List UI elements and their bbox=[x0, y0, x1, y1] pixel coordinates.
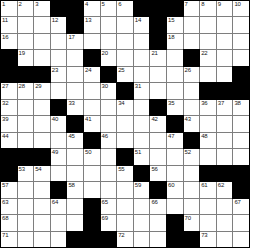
white-cell[interactable] bbox=[34, 100, 50, 115]
white-cell[interactable]: 66 bbox=[150, 199, 166, 214]
clue-number: 14 bbox=[135, 17, 141, 24]
black-cell bbox=[51, 1, 67, 16]
white-cell[interactable]: 52 bbox=[184, 149, 200, 164]
white-cell[interactable]: 33 bbox=[67, 100, 83, 115]
white-cell[interactable] bbox=[134, 199, 150, 214]
white-cell[interactable] bbox=[117, 215, 133, 230]
black-cell bbox=[150, 1, 166, 16]
white-cell[interactable] bbox=[18, 116, 34, 131]
black-cell bbox=[200, 83, 216, 98]
white-cell[interactable]: 1 bbox=[1, 1, 17, 16]
white-cell[interactable]: 44 bbox=[1, 133, 17, 148]
clue-number: 11 bbox=[2, 17, 8, 24]
white-cell[interactable] bbox=[167, 166, 183, 181]
black-cell bbox=[67, 232, 83, 247]
white-cell[interactable] bbox=[200, 199, 216, 214]
white-cell[interactable] bbox=[150, 149, 166, 164]
clue-number: 53 bbox=[19, 166, 25, 173]
white-cell[interactable] bbox=[233, 17, 249, 32]
clue-number: 20 bbox=[102, 50, 108, 57]
black-cell bbox=[167, 116, 183, 131]
clue-number: 27 bbox=[2, 83, 8, 90]
white-cell[interactable]: 64 bbox=[51, 199, 67, 214]
white-cell[interactable] bbox=[67, 199, 83, 214]
clue-number: 64 bbox=[52, 199, 58, 206]
clue-number: 22 bbox=[201, 50, 207, 57]
white-cell[interactable] bbox=[150, 232, 166, 247]
white-cell[interactable] bbox=[200, 17, 216, 32]
clue-number: 62 bbox=[218, 182, 224, 189]
white-cell[interactable]: 8 bbox=[200, 1, 216, 16]
clue-number: 31 bbox=[135, 83, 141, 90]
white-cell[interactable] bbox=[184, 182, 200, 197]
crossword-grid: 1234567891011121314151617181920212223242… bbox=[0, 0, 250, 248]
white-cell[interactable] bbox=[101, 166, 117, 181]
white-cell[interactable]: 21 bbox=[150, 50, 166, 65]
white-cell[interactable] bbox=[184, 100, 200, 115]
white-cell[interactable] bbox=[217, 34, 233, 49]
white-cell[interactable] bbox=[167, 50, 183, 65]
white-cell[interactable] bbox=[134, 34, 150, 49]
white-cell[interactable] bbox=[101, 182, 117, 197]
white-cell[interactable]: 9 bbox=[217, 1, 233, 16]
black-cell bbox=[233, 67, 249, 82]
white-cell[interactable]: 58 bbox=[67, 182, 83, 197]
clue-number: 25 bbox=[118, 67, 124, 74]
clue-number: 3 bbox=[35, 1, 38, 8]
white-cell[interactable]: 19 bbox=[18, 50, 34, 65]
clue-number: 60 bbox=[168, 182, 174, 189]
white-cell[interactable]: 22 bbox=[200, 50, 216, 65]
white-cell[interactable] bbox=[84, 100, 100, 115]
white-cell[interactable]: 36 bbox=[200, 100, 216, 115]
white-cell[interactable]: 28 bbox=[18, 83, 34, 98]
black-cell bbox=[150, 182, 166, 197]
white-cell[interactable] bbox=[233, 215, 249, 230]
white-cell[interactable]: 6 bbox=[117, 1, 133, 16]
white-cell[interactable]: 26 bbox=[184, 67, 200, 82]
black-cell bbox=[101, 232, 117, 247]
white-cell[interactable]: 2 bbox=[18, 1, 34, 16]
white-cell[interactable]: 50 bbox=[84, 149, 100, 164]
white-cell[interactable] bbox=[167, 199, 183, 214]
clue-number: 55 bbox=[118, 166, 124, 173]
white-cell[interactable] bbox=[167, 83, 183, 98]
white-cell[interactable] bbox=[217, 116, 233, 131]
clue-number: 58 bbox=[68, 182, 74, 189]
white-cell[interactable]: 32 bbox=[1, 100, 17, 115]
clue-number: 52 bbox=[185, 149, 191, 156]
white-cell[interactable] bbox=[101, 100, 117, 115]
white-cell[interactable]: 18 bbox=[167, 34, 183, 49]
clue-number: 37 bbox=[218, 100, 224, 107]
black-cell bbox=[117, 149, 133, 164]
clue-number: 8 bbox=[201, 1, 204, 8]
white-cell[interactable] bbox=[51, 50, 67, 65]
white-cell[interactable] bbox=[84, 34, 100, 49]
clue-number: 69 bbox=[102, 215, 108, 222]
white-cell[interactable]: 41 bbox=[84, 116, 100, 131]
clue-number: 59 bbox=[135, 182, 141, 189]
clue-number: 7 bbox=[185, 1, 188, 8]
clue-number: 65 bbox=[102, 199, 108, 206]
clue-number: 34 bbox=[118, 100, 124, 107]
white-cell[interactable]: 73 bbox=[200, 232, 216, 247]
white-cell[interactable] bbox=[217, 50, 233, 65]
clue-number: 50 bbox=[85, 149, 91, 156]
white-cell[interactable]: 47 bbox=[167, 133, 183, 148]
white-cell[interactable] bbox=[34, 34, 50, 49]
clue-number: 51 bbox=[135, 149, 141, 156]
white-cell[interactable]: 12 bbox=[51, 17, 67, 32]
clue-number: 68 bbox=[2, 215, 8, 222]
clue-number: 49 bbox=[52, 149, 58, 156]
white-cell[interactable]: 34 bbox=[117, 100, 133, 115]
clue-number: 5 bbox=[102, 1, 105, 8]
white-cell[interactable] bbox=[101, 17, 117, 32]
white-cell[interactable] bbox=[134, 215, 150, 230]
clue-number: 46 bbox=[102, 133, 108, 140]
white-cell[interactable]: 23 bbox=[51, 67, 67, 82]
white-cell[interactable]: 38 bbox=[233, 100, 249, 115]
clue-number: 73 bbox=[201, 232, 207, 239]
white-cell[interactable] bbox=[150, 83, 166, 98]
black-cell bbox=[1, 50, 17, 65]
white-cell[interactable] bbox=[150, 215, 166, 230]
clue-number: 12 bbox=[52, 17, 58, 24]
black-cell bbox=[117, 83, 133, 98]
black-cell bbox=[233, 166, 249, 181]
white-cell[interactable] bbox=[150, 67, 166, 82]
clue-number: 47 bbox=[168, 133, 174, 140]
clue-number: 1 bbox=[2, 1, 5, 8]
clue-number: 23 bbox=[52, 67, 58, 74]
white-cell[interactable] bbox=[217, 133, 233, 148]
white-cell[interactable]: 61 bbox=[200, 182, 216, 197]
crossword-puzzle: 1234567891011121314151617181920212223242… bbox=[0, 0, 254, 250]
white-cell[interactable] bbox=[101, 34, 117, 49]
black-cell bbox=[134, 166, 150, 181]
clue-number: 70 bbox=[185, 215, 191, 222]
black-cell bbox=[67, 116, 83, 131]
black-cell bbox=[150, 34, 166, 49]
clue-number: 4 bbox=[85, 1, 88, 8]
white-cell[interactable] bbox=[217, 149, 233, 164]
clue-number: 18 bbox=[168, 34, 174, 41]
clue-number: 6 bbox=[118, 1, 121, 8]
white-cell[interactable] bbox=[167, 67, 183, 82]
white-cell[interactable]: 65 bbox=[101, 199, 117, 214]
clue-number: 54 bbox=[35, 166, 41, 173]
white-cell[interactable]: 29 bbox=[34, 83, 50, 98]
white-cell[interactable]: 10 bbox=[233, 1, 249, 16]
black-cell bbox=[84, 50, 100, 65]
white-cell[interactable] bbox=[51, 232, 67, 247]
black-cell bbox=[67, 17, 83, 32]
black-cell bbox=[67, 1, 83, 16]
clue-number: 36 bbox=[201, 100, 207, 107]
white-cell[interactable] bbox=[134, 232, 150, 247]
clue-number: 15 bbox=[168, 17, 174, 24]
clue-number: 9 bbox=[218, 1, 221, 8]
white-cell[interactable] bbox=[200, 34, 216, 49]
white-cell[interactable] bbox=[34, 232, 50, 247]
black-cell bbox=[200, 166, 216, 181]
white-cell[interactable] bbox=[34, 182, 50, 197]
white-cell[interactable]: 57 bbox=[1, 182, 17, 197]
white-cell[interactable]: 60 bbox=[167, 182, 183, 197]
white-cell[interactable]: 24 bbox=[84, 67, 100, 82]
clue-number: 35 bbox=[168, 100, 174, 107]
white-cell[interactable]: 37 bbox=[217, 100, 233, 115]
white-cell[interactable] bbox=[51, 166, 67, 181]
white-cell[interactable]: 20 bbox=[101, 50, 117, 65]
white-cell[interactable] bbox=[117, 199, 133, 214]
white-cell[interactable] bbox=[217, 232, 233, 247]
black-cell bbox=[217, 166, 233, 181]
black-cell bbox=[51, 100, 67, 115]
white-cell[interactable]: 72 bbox=[117, 232, 133, 247]
white-cell[interactable] bbox=[217, 199, 233, 214]
black-cell bbox=[150, 100, 166, 115]
white-cell[interactable] bbox=[51, 215, 67, 230]
white-cell[interactable]: 46 bbox=[101, 133, 117, 148]
white-cell[interactable] bbox=[167, 149, 183, 164]
black-cell bbox=[1, 149, 17, 164]
white-cell[interactable] bbox=[184, 83, 200, 98]
white-cell[interactable] bbox=[84, 166, 100, 181]
white-cell[interactable] bbox=[117, 17, 133, 32]
black-cell bbox=[1, 67, 17, 82]
white-cell[interactable] bbox=[84, 83, 100, 98]
black-cell bbox=[18, 67, 34, 82]
black-cell bbox=[84, 133, 100, 148]
white-cell[interactable] bbox=[67, 149, 83, 164]
black-cell bbox=[233, 182, 249, 197]
black-cell bbox=[233, 83, 249, 98]
white-cell[interactable]: 35 bbox=[167, 100, 183, 115]
black-cell bbox=[167, 232, 183, 247]
white-cell[interactable] bbox=[101, 149, 117, 164]
white-cell[interactable]: 62 bbox=[217, 182, 233, 197]
white-cell[interactable] bbox=[134, 50, 150, 65]
clue-number: 41 bbox=[85, 116, 91, 123]
black-cell bbox=[1, 166, 17, 181]
black-cell bbox=[134, 1, 150, 16]
clue-number: 26 bbox=[185, 67, 191, 74]
black-cell bbox=[84, 215, 100, 230]
white-cell[interactable] bbox=[34, 116, 50, 131]
white-cell[interactable] bbox=[34, 215, 50, 230]
white-cell[interactable] bbox=[233, 149, 249, 164]
white-cell[interactable]: 25 bbox=[117, 67, 133, 82]
black-cell bbox=[18, 149, 34, 164]
white-cell[interactable]: 48 bbox=[200, 133, 216, 148]
white-cell[interactable] bbox=[117, 116, 133, 131]
white-cell[interactable] bbox=[84, 182, 100, 197]
clue-number: 13 bbox=[85, 17, 91, 24]
black-cell bbox=[184, 50, 200, 65]
white-cell[interactable]: 53 bbox=[18, 166, 34, 181]
white-cell[interactable]: 14 bbox=[134, 17, 150, 32]
white-cell[interactable]: 3 bbox=[34, 1, 50, 16]
white-cell[interactable] bbox=[18, 100, 34, 115]
black-cell bbox=[217, 83, 233, 98]
clue-number: 71 bbox=[2, 232, 8, 239]
black-cell bbox=[184, 133, 200, 148]
white-cell[interactable]: 5 bbox=[101, 1, 117, 16]
white-cell[interactable]: 11 bbox=[1, 17, 17, 32]
clue-number: 19 bbox=[19, 50, 25, 57]
white-cell[interactable] bbox=[67, 166, 83, 181]
white-cell[interactable] bbox=[200, 67, 216, 82]
clue-number: 66 bbox=[151, 199, 157, 206]
white-cell[interactable] bbox=[134, 67, 150, 82]
black-cell bbox=[167, 215, 183, 230]
white-cell[interactable] bbox=[217, 215, 233, 230]
white-cell[interactable] bbox=[18, 34, 34, 49]
black-cell bbox=[150, 17, 166, 32]
white-cell[interactable] bbox=[18, 199, 34, 214]
white-cell[interactable] bbox=[200, 149, 216, 164]
white-cell[interactable] bbox=[51, 83, 67, 98]
white-cell[interactable] bbox=[217, 17, 233, 32]
white-cell[interactable] bbox=[233, 232, 249, 247]
white-cell[interactable] bbox=[18, 133, 34, 148]
clue-number: 72 bbox=[118, 232, 124, 239]
white-cell[interactable]: 7 bbox=[184, 1, 200, 16]
clue-number: 29 bbox=[35, 83, 41, 90]
clue-number: 2 bbox=[19, 1, 22, 8]
white-cell[interactable]: 70 bbox=[184, 215, 200, 230]
white-cell[interactable]: 56 bbox=[150, 166, 166, 181]
clue-number: 10 bbox=[234, 1, 240, 8]
black-cell bbox=[34, 149, 50, 164]
clue-number: 16 bbox=[2, 34, 8, 41]
white-cell[interactable] bbox=[67, 50, 83, 65]
white-cell[interactable] bbox=[233, 50, 249, 65]
white-cell[interactable]: 15 bbox=[167, 17, 183, 32]
white-cell[interactable]: 27 bbox=[1, 83, 17, 98]
white-cell[interactable] bbox=[184, 34, 200, 49]
clue-number: 17 bbox=[68, 34, 74, 41]
clue-number: 57 bbox=[2, 182, 8, 189]
white-cell[interactable] bbox=[233, 34, 249, 49]
white-cell[interactable] bbox=[67, 215, 83, 230]
white-cell[interactable] bbox=[184, 17, 200, 32]
white-cell[interactable]: 16 bbox=[1, 34, 17, 49]
white-cell[interactable] bbox=[134, 100, 150, 115]
black-cell bbox=[101, 67, 117, 82]
black-cell bbox=[51, 182, 67, 197]
white-cell[interactable]: 43 bbox=[184, 116, 200, 131]
white-cell[interactable] bbox=[67, 83, 83, 98]
black-cell bbox=[84, 232, 100, 247]
white-cell[interactable] bbox=[184, 166, 200, 181]
white-cell[interactable] bbox=[18, 182, 34, 197]
clue-number: 61 bbox=[201, 182, 207, 189]
white-cell[interactable] bbox=[200, 215, 216, 230]
clue-number: 24 bbox=[85, 67, 91, 74]
white-cell[interactable]: 30 bbox=[101, 83, 117, 98]
black-cell bbox=[34, 67, 50, 82]
white-cell[interactable] bbox=[233, 133, 249, 148]
clue-number: 38 bbox=[234, 100, 240, 107]
white-cell[interactable] bbox=[51, 133, 67, 148]
clue-number: 45 bbox=[68, 133, 74, 140]
white-cell[interactable] bbox=[18, 232, 34, 247]
white-cell[interactable]: 71 bbox=[1, 232, 17, 247]
white-cell[interactable] bbox=[18, 17, 34, 32]
white-cell[interactable]: 13 bbox=[84, 17, 100, 32]
white-cell[interactable]: 31 bbox=[134, 83, 150, 98]
white-cell[interactable]: 4 bbox=[84, 1, 100, 16]
white-cell[interactable] bbox=[101, 116, 117, 131]
clue-number: 30 bbox=[102, 83, 108, 90]
white-cell[interactable]: 68 bbox=[1, 215, 17, 230]
white-cell[interactable]: 51 bbox=[134, 149, 150, 164]
white-cell[interactable] bbox=[217, 67, 233, 82]
clue-number: 32 bbox=[2, 100, 8, 107]
white-cell[interactable] bbox=[117, 182, 133, 197]
white-cell[interactable] bbox=[51, 34, 67, 49]
white-cell[interactable]: 39 bbox=[1, 116, 17, 131]
clue-number: 40 bbox=[52, 116, 58, 123]
white-cell[interactable]: 42 bbox=[150, 116, 166, 131]
white-cell[interactable]: 45 bbox=[67, 133, 83, 148]
white-cell[interactable] bbox=[200, 116, 216, 131]
white-cell[interactable] bbox=[117, 50, 133, 65]
white-cell[interactable] bbox=[34, 17, 50, 32]
white-cell[interactable] bbox=[34, 50, 50, 65]
black-cell bbox=[184, 232, 200, 247]
white-cell[interactable]: 59 bbox=[134, 182, 150, 197]
clue-number: 63 bbox=[2, 199, 8, 206]
clue-number: 67 bbox=[234, 199, 240, 206]
white-cell[interactable] bbox=[34, 133, 50, 148]
white-cell[interactable]: 49 bbox=[51, 149, 67, 164]
white-cell[interactable] bbox=[117, 34, 133, 49]
white-cell[interactable]: 17 bbox=[67, 34, 83, 49]
white-cell[interactable] bbox=[18, 215, 34, 230]
black-cell bbox=[84, 199, 100, 214]
clue-number: 42 bbox=[151, 116, 157, 123]
clue-number: 48 bbox=[201, 133, 207, 140]
white-cell[interactable] bbox=[150, 133, 166, 148]
white-cell[interactable] bbox=[134, 133, 150, 148]
white-cell[interactable]: 67 bbox=[233, 199, 249, 214]
white-cell[interactable] bbox=[134, 116, 150, 131]
white-cell[interactable] bbox=[67, 67, 83, 82]
white-cell[interactable]: 55 bbox=[117, 166, 133, 181]
clue-number: 21 bbox=[151, 50, 157, 57]
black-cell bbox=[167, 1, 183, 16]
clue-number: 33 bbox=[68, 100, 74, 107]
clue-number: 44 bbox=[2, 133, 8, 140]
white-cell[interactable] bbox=[117, 133, 133, 148]
clue-number: 28 bbox=[19, 83, 25, 90]
white-cell[interactable]: 63 bbox=[1, 199, 17, 214]
clue-number: 56 bbox=[151, 166, 157, 173]
white-cell[interactable]: 69 bbox=[101, 215, 117, 230]
clue-number: 43 bbox=[185, 116, 191, 123]
white-cell[interactable] bbox=[233, 116, 249, 131]
white-cell[interactable]: 54 bbox=[34, 166, 50, 181]
white-cell[interactable]: 40 bbox=[51, 116, 67, 131]
clue-number: 39 bbox=[2, 116, 8, 123]
white-cell[interactable] bbox=[34, 199, 50, 214]
white-cell[interactable] bbox=[184, 199, 200, 214]
